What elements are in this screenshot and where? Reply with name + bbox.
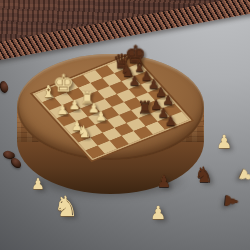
white-pawn-piece: ♟ — [94, 110, 108, 123]
black-pawn-piece: ♟ — [164, 114, 178, 127]
white-pawn-piece: ♟ — [55, 103, 69, 116]
black-pawn-fallen-captured: ♟ — [222, 193, 241, 210]
white-pawn-captured: ♟ — [31, 177, 44, 192]
chess-set-photo: ♝♚♛♚♞♝♟♟♜♟♟♟♟♟♟♟♞♜♟♟♟♟ ♟♞♟♟♟♟♞♟ — [0, 0, 250, 250]
black-rook-piece: ♜ — [137, 99, 151, 116]
white-pawn-captured: ♟ — [216, 133, 232, 151]
black-knight-captured: ♞ — [195, 165, 214, 186]
white-bishop-piece: ♝ — [41, 84, 55, 100]
black-pawn-captured: ♟ — [157, 174, 171, 190]
white-pawn-captured: ♟ — [150, 204, 166, 222]
white-knight-piece: ♞ — [77, 124, 91, 140]
white-pawn-piece: ♟ — [67, 98, 81, 111]
black-pawn-piece: ♟ — [127, 74, 141, 87]
white-knight-captured: ♞ — [53, 193, 78, 221]
